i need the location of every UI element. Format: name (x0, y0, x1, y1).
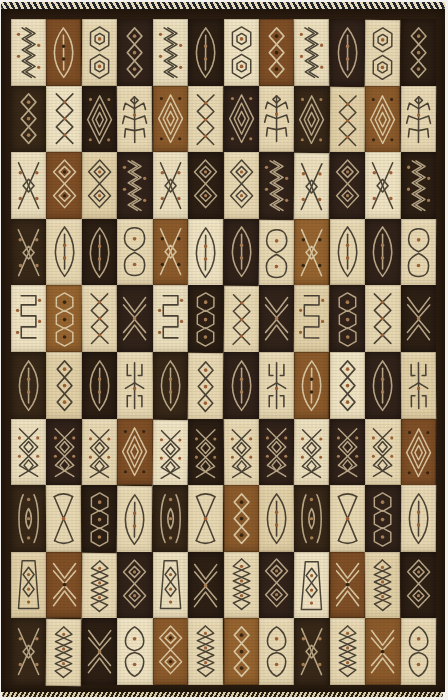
honeycomb-motif-icon (84, 488, 116, 549)
rug-square-r9c5 (153, 552, 188, 619)
rug-square-r4c2 (46, 219, 81, 286)
rug-square-r7c11 (365, 419, 400, 486)
leaf-motif-icon (48, 22, 80, 83)
rug-square-r6c10 (330, 352, 365, 419)
fan-motif-icon (367, 621, 398, 682)
rug-square-r9c4 (117, 552, 153, 619)
knot-motif-icon (332, 421, 363, 482)
leaf-motif-icon (49, 221, 80, 282)
shooks-motif-icon (13, 288, 44, 349)
rug-square-r1c11 (365, 20, 401, 87)
eye-motif-icon (84, 88, 116, 149)
xhooks-motif-icon (332, 89, 364, 151)
lattice-motif-icon (403, 554, 435, 615)
rug-square-r9c9 (294, 552, 330, 619)
chain-motif-icon (49, 355, 80, 416)
rug-square-r2c8 (259, 86, 294, 153)
rug-square-r1c4 (117, 19, 152, 86)
rug-square-r3c7 (224, 152, 259, 219)
rug-square-r2c12 (400, 85, 436, 152)
rug-square-r5c8 (259, 285, 294, 352)
xdia-motif-icon (155, 155, 186, 216)
rug-square-r6c1 (11, 352, 46, 419)
rug-square-r8c10 (330, 485, 365, 552)
rug-square-r6c12 (400, 352, 436, 419)
hooks-motif-icon (13, 22, 44, 83)
waveeye-motif-icon (296, 488, 328, 549)
chain-motif-icon (226, 488, 257, 549)
rug-square-r10c8 (259, 618, 294, 685)
rug-square-r9c11 (365, 552, 401, 619)
rug-square-r10c3 (82, 618, 118, 685)
rug-square-r3c11 (365, 152, 400, 219)
dstack-motif-icon (155, 554, 186, 615)
rug-square-r4c6 (188, 219, 224, 286)
fan-motif-icon (190, 554, 222, 615)
rug-square-r8c12 (400, 485, 436, 552)
rug-square-r3c9 (294, 153, 330, 220)
xdia-motif-icon (13, 221, 45, 282)
leaf-motif-icon (367, 355, 398, 416)
knot-motif-icon (261, 421, 292, 482)
rug-square-r4c11 (365, 219, 400, 286)
rug-square-r10c6 (188, 618, 224, 685)
lattice-motif-icon (226, 155, 257, 216)
rug-square-r3c10 (330, 152, 365, 219)
rug-square-r5c6 (188, 285, 224, 352)
lattice-motif-icon (190, 155, 222, 216)
rug-square-r6c6 (188, 353, 224, 420)
rug-square-r10c5 (153, 618, 188, 685)
shooks-motif-icon (296, 288, 328, 349)
chain-motif-icon (403, 22, 435, 83)
rug-square-r6c5 (152, 352, 188, 419)
rug-square-r1c9 (294, 19, 330, 86)
xhour-motif-icon (190, 488, 222, 549)
chain-motif-icon (190, 356, 222, 418)
rug-square-r5c2 (46, 285, 81, 352)
fan-motif-icon (49, 554, 80, 615)
zigchain-motif-icon (190, 621, 222, 682)
leaf-motif-icon (332, 22, 363, 83)
rug-square-r7c12 (400, 418, 436, 485)
leaf-motif-icon (332, 221, 363, 282)
rug-square-r8c9 (294, 485, 330, 552)
leaf-motif-icon (226, 355, 257, 416)
zigchain-motif-icon (367, 554, 399, 615)
eye-motif-icon (155, 88, 186, 149)
lobes-motif-icon (261, 621, 292, 682)
rug-square-r3c4 (117, 152, 152, 219)
eyes-motif-icon (84, 22, 116, 83)
rug-square-r8c11 (365, 485, 400, 552)
knot-motif-icon (190, 421, 222, 482)
rug-square-r4c9 (294, 219, 330, 286)
fig8-motif-icon (119, 221, 150, 282)
rug-square-r3c3 (82, 152, 118, 219)
eyes-motif-icon (367, 23, 399, 85)
eye-motif-icon (226, 88, 257, 149)
rug-square-r1c2 (46, 19, 82, 86)
rug-square-r5c5 (153, 285, 188, 352)
rug-square-r5c10 (330, 285, 366, 352)
xhooks-motif-icon (49, 88, 80, 149)
rug-square-r10c9 (294, 618, 330, 685)
rug-square-r10c10 (330, 618, 365, 685)
fig8-motif-icon (403, 221, 435, 282)
eye-motif-icon (367, 88, 399, 149)
rug-square-r2c1 (11, 86, 46, 153)
tree-motif-icon (119, 355, 150, 416)
honeycomb-motif-icon (332, 288, 364, 349)
lobes-motif-icon (403, 621, 435, 682)
spider-motif-icon (403, 88, 435, 149)
top-braided-selvage (1, 2, 445, 9)
rug-square-r6c2 (46, 352, 81, 419)
leaf-motif-icon (403, 488, 435, 549)
lattice-motif-icon (84, 155, 116, 216)
rug-square-r7c4 (117, 419, 152, 486)
xdia-motif-icon (13, 621, 44, 682)
rug-square-r6c11 (365, 352, 400, 419)
fan-motif-icon (119, 288, 150, 349)
rug-square-r1c10 (330, 19, 365, 86)
leaf-motif-icon (226, 221, 257, 282)
xdia-motif-icon (367, 155, 398, 216)
lattice-motif-icon (119, 554, 151, 615)
rug-square-r2c11 (365, 85, 401, 152)
chain-motif-icon (332, 355, 363, 416)
knot-motif-icon (13, 421, 44, 482)
xdia-motif-icon (296, 221, 328, 282)
eyes-motif-icon (226, 22, 257, 83)
rug-square-r3c12 (400, 152, 436, 219)
rug-square-r6c9 (294, 352, 330, 419)
spider-motif-icon (261, 88, 292, 149)
fan-motif-icon (403, 288, 435, 349)
rug-square-r9c10 (330, 552, 365, 619)
rug-square-r10c12 (400, 618, 436, 685)
rug-square-r9c12 (400, 552, 436, 619)
rug-square-r4c3 (82, 219, 118, 286)
leaf-motif-icon (84, 355, 116, 416)
rug-square-r1c8 (259, 19, 294, 86)
lobes-motif-icon (119, 621, 150, 682)
rug-square-r3c2 (46, 152, 81, 219)
lattice-motif-icon (332, 155, 363, 216)
rug-square-r8c8 (259, 485, 294, 552)
waveeye-motif-icon (13, 488, 44, 549)
rug-square-r7c10 (330, 419, 365, 486)
bottom-braided-selvage (2, 692, 443, 697)
tree-motif-icon (261, 355, 292, 416)
zigchain-motif-icon (48, 622, 80, 684)
rug-square-r10c11 (365, 618, 400, 685)
rug-square-r3c1 (11, 152, 46, 219)
zigchain-motif-icon (226, 554, 257, 615)
honeycomb-motif-icon (49, 288, 80, 349)
hooks-motif-icon (296, 22, 328, 83)
rug-square-r10c2 (46, 619, 82, 686)
rug-square-r7c6 (188, 418, 224, 485)
rug-square-r4c5 (153, 219, 188, 286)
waveeye-motif-icon (155, 488, 186, 549)
rug-square-r3c8 (259, 152, 294, 219)
checkerboard-grid (11, 19, 436, 685)
xhour-motif-icon (332, 488, 363, 549)
rug-square-r2c10 (329, 86, 365, 153)
rug-square-r3c6 (188, 152, 224, 219)
rug-square-r5c3 (82, 285, 118, 352)
rug-square-r6c8 (259, 352, 294, 419)
rug-square-r7c9 (294, 418, 330, 485)
rug-square-r5c11 (365, 285, 400, 352)
rug-square-r1c5 (153, 19, 188, 86)
rug-square-r4c8 (259, 220, 295, 287)
fig8-motif-icon (261, 222, 293, 284)
rug-square-r2c2 (46, 86, 81, 153)
leaf-motif-icon (13, 355, 44, 416)
lattice-motif-icon (49, 155, 80, 216)
rug-square-r8c7 (224, 485, 259, 552)
rug-square-r8c3 (82, 485, 118, 552)
rug-square-r1c6 (188, 19, 224, 86)
rug-square-r8c1 (11, 485, 46, 552)
shooks-motif-icon (155, 288, 186, 349)
hooks-motif-icon (403, 155, 435, 216)
rug-square-r2c4 (117, 85, 153, 152)
knot-motif-icon (225, 421, 257, 482)
rug-square-r7c1 (11, 419, 46, 486)
rug-square-r1c12 (400, 19, 436, 86)
eye-motif-icon (119, 421, 150, 482)
rug-square-r7c2 (46, 419, 81, 486)
zigchain-motif-icon (84, 555, 116, 617)
rug-square-r2c5 (153, 86, 188, 153)
rug-square-r6c7 (224, 352, 259, 419)
rug-square-r9c2 (46, 552, 81, 619)
rug-square-r3c5 (153, 152, 188, 219)
dstack-motif-icon (13, 554, 44, 615)
rug-square-r9c8 (259, 552, 294, 619)
rug-square-r9c6 (188, 552, 224, 619)
zigchain-motif-icon (332, 621, 363, 682)
knot-motif-icon (49, 421, 80, 482)
rug-square-r8c6 (188, 485, 224, 552)
rug-square-r1c3 (82, 19, 118, 86)
rug-square-r9c3 (82, 553, 118, 620)
chain-motif-icon (119, 22, 150, 83)
rug-square-r1c7 (224, 19, 259, 86)
rug-square-r7c8 (259, 419, 294, 486)
tree-motif-icon (402, 355, 434, 416)
rug-square-r4c4 (117, 219, 152, 286)
rug-square-r4c1 (11, 219, 47, 286)
leaf-motif-icon (190, 221, 222, 282)
rug-square-r7c7 (223, 418, 259, 485)
rug-square-r5c1 (11, 285, 46, 352)
leaf-motif-icon (190, 22, 222, 83)
dstack-motif-icon (296, 554, 328, 615)
honeycomb-motif-icon (190, 288, 222, 349)
leaf-motif-icon (119, 489, 151, 551)
hooks-motif-icon (155, 22, 186, 83)
rug-square-r9c1 (11, 552, 46, 619)
rug-square-r4c10 (330, 219, 365, 286)
leaf-motif-icon (84, 221, 116, 282)
rug-square-r9c7 (224, 552, 259, 619)
xhooks-motif-icon (225, 289, 257, 351)
rug-square-r2c3 (82, 85, 118, 152)
eye-motif-icon (296, 88, 328, 149)
checkerboard-rug (1, 9, 445, 692)
rug-square-r6c4 (117, 352, 152, 419)
leaf-motif-icon (155, 355, 187, 416)
hooks-motif-icon (261, 155, 292, 216)
eye-motif-icon (403, 421, 435, 482)
rug-square-r8c2 (46, 485, 82, 552)
rug-square-r5c7 (223, 286, 259, 353)
rug-square-r7c3 (82, 418, 118, 485)
chain-motif-icon (226, 621, 257, 682)
xdia-motif-icon (296, 156, 328, 218)
rug-square-r2c7 (224, 86, 259, 153)
spider-motif-icon (119, 88, 151, 149)
xdia-motif-icon (13, 155, 44, 216)
fan-motif-icon (332, 554, 363, 615)
rug-photo (0, 0, 448, 700)
xdia-motif-icon (296, 621, 328, 682)
hooks-motif-icon (119, 155, 150, 216)
rug-square-r10c4 (117, 618, 152, 685)
xdia-motif-icon (155, 221, 186, 282)
leaf-motif-icon (261, 488, 292, 549)
rug-square-r10c1 (11, 618, 46, 685)
rug-square-r5c9 (294, 285, 330, 352)
rug-square-r1c1 (11, 19, 46, 86)
chain-motif-icon (13, 88, 44, 149)
rug-square-r4c12 (400, 219, 436, 286)
leaf-motif-icon (367, 221, 398, 282)
knot-motif-icon (155, 422, 187, 484)
xhooks-motif-icon (367, 288, 398, 349)
rug-square-r10c7 (224, 618, 259, 685)
knot-motif-icon (84, 421, 116, 482)
fan-motif-icon (261, 288, 292, 349)
rug-square-r8c5 (153, 485, 188, 552)
xhour-motif-icon (48, 488, 80, 549)
lattice-motif-icon (155, 621, 186, 682)
xhooks-motif-icon (190, 88, 222, 149)
honeycomb-motif-icon (367, 488, 398, 549)
rug-square-r5c4 (117, 285, 152, 352)
leaf-motif-icon (296, 355, 328, 416)
rug-square-r8c4 (117, 486, 153, 553)
fan-motif-icon (84, 621, 116, 682)
knot-motif-icon (296, 421, 328, 482)
rug-square-r6c3 (82, 352, 118, 419)
knot-motif-icon (367, 421, 398, 482)
rug-square-r2c6 (188, 85, 224, 152)
xhooks-motif-icon (84, 288, 116, 349)
lattice-motif-icon (261, 554, 292, 615)
rug-square-r7c5 (152, 419, 188, 486)
chain-motif-icon (261, 22, 292, 83)
rug-square-r4c7 (224, 219, 259, 286)
rug-square-r5c12 (400, 285, 436, 352)
rug-square-r2c9 (294, 85, 330, 152)
